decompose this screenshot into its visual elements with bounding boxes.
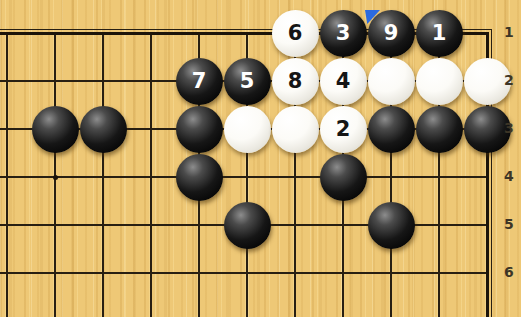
move-number: 1 (432, 10, 447, 57)
stone-white-move-6: 6 (272, 10, 319, 57)
intersection: 5 (223, 57, 271, 105)
stone-black (32, 106, 79, 153)
stone-white (224, 106, 271, 153)
intersection: 1 (415, 9, 463, 57)
stone-black-move-1: 1 (416, 10, 463, 57)
intersection (271, 105, 319, 153)
stone-black (416, 106, 463, 153)
intersection (319, 153, 367, 201)
stone-black (80, 106, 127, 153)
intersection (415, 57, 463, 105)
intersection (223, 105, 271, 153)
intersection (415, 105, 463, 153)
stone-black (176, 154, 223, 201)
stone-black (224, 202, 271, 249)
intersection (367, 57, 415, 105)
stone-black (368, 106, 415, 153)
intersection (79, 105, 127, 153)
stone-white (416, 58, 463, 105)
intersection (367, 105, 415, 153)
go-board-screen: 639175842 123456 (0, 0, 521, 317)
row-label-1: 1 (504, 24, 520, 40)
stone-black-move-5: 5 (224, 58, 271, 105)
move-number: 7 (192, 58, 207, 105)
intersection: 3 (319, 9, 367, 57)
intersection: 7 (175, 57, 223, 105)
row-label-4: 4 (504, 168, 520, 184)
intersection (367, 201, 415, 249)
stone-white-move-2: 2 (320, 106, 367, 153)
stone-black (368, 202, 415, 249)
intersection: 8 (271, 57, 319, 105)
move-number: 3 (336, 10, 351, 57)
stone-white (368, 58, 415, 105)
move-number: 8 (288, 58, 303, 105)
intersection (31, 105, 79, 153)
row-label-6: 6 (504, 264, 520, 280)
stone-black-move-7: 7 (176, 58, 223, 105)
stone-black (320, 154, 367, 201)
row-label-2: 2 (504, 72, 520, 88)
move-number: 6 (288, 10, 303, 57)
intersection: 2 (319, 105, 367, 153)
intersection (175, 153, 223, 201)
move-number: 2 (336, 106, 351, 153)
move-number: 5 (240, 58, 255, 105)
stone-white (272, 106, 319, 153)
intersection (175, 105, 223, 153)
stone-black-move-9: 9 (368, 10, 415, 57)
intersection: 6 (271, 9, 319, 57)
move-number: 4 (336, 58, 351, 105)
stone-white-move-8: 8 (272, 58, 319, 105)
stone-black (176, 106, 223, 153)
intersection (223, 201, 271, 249)
stone-black-move-3: 3 (320, 10, 367, 57)
stone-white-move-4: 4 (320, 58, 367, 105)
go-board[interactable]: 639175842 (0, 9, 511, 297)
row-label-3: 3 (504, 120, 520, 136)
move-number: 9 (384, 10, 399, 57)
row-label-5: 5 (504, 216, 520, 232)
intersection: 4 (319, 57, 367, 105)
